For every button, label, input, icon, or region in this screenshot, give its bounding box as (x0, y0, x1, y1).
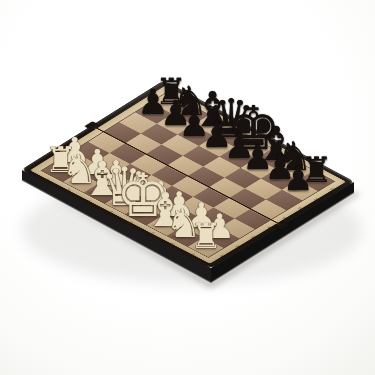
chess-set-photo: abcdefgh 87654321 ♜♞♝♛♚♝♞♜♟♟♟♟♟♟♟♟♟♟♟♟♟♟… (0, 0, 375, 375)
